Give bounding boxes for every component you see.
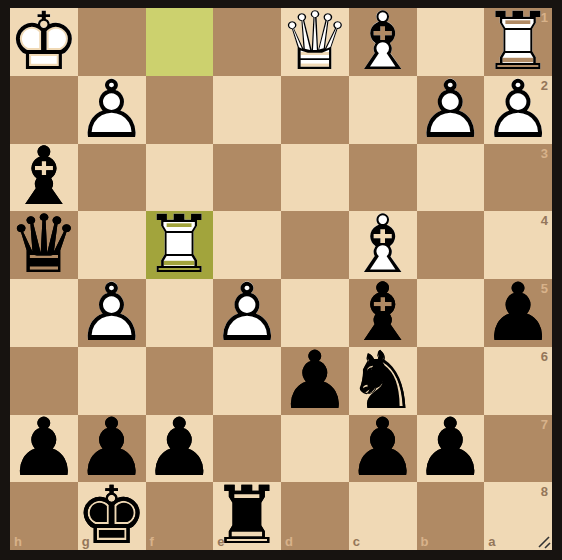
- black-bishop-glyph: ♝︎: [10, 144, 78, 212]
- square-f8[interactable]: f: [146, 482, 214, 550]
- square-c3[interactable]: [349, 144, 417, 212]
- white-bishop-piece[interactable]: ♝︎♗︎: [349, 211, 417, 279]
- black-pawn-glyph: ♟︎: [417, 415, 485, 483]
- square-g8[interactable]: ♚︎♔︎g: [78, 482, 146, 550]
- square-h8[interactable]: h: [10, 482, 78, 550]
- square-h2[interactable]: [10, 76, 78, 144]
- black-pawn-piece[interactable]: ♟︎♙︎: [417, 415, 485, 483]
- square-a1[interactable]: ♜︎♖︎1: [484, 8, 552, 76]
- white-pawn-outline-glyph: ♙︎: [484, 76, 552, 144]
- white-rook-outline-glyph: ♖︎: [484, 8, 552, 76]
- square-d4[interactable]: [281, 211, 349, 279]
- white-pawn-piece[interactable]: ♟︎♙︎: [213, 279, 281, 347]
- square-e5[interactable]: ♟︎♙︎: [213, 279, 281, 347]
- black-bishop-glyph: ♝︎: [349, 279, 417, 347]
- square-c7[interactable]: ♟︎♙︎: [349, 415, 417, 483]
- black-pawn-piece[interactable]: ♟︎♙︎: [281, 347, 349, 415]
- white-pawn-outline-glyph: ♙︎: [213, 279, 281, 347]
- square-d7[interactable]: [281, 415, 349, 483]
- square-d8[interactable]: d: [281, 482, 349, 550]
- resize-handle-icon[interactable]: [536, 534, 551, 549]
- black-pawn-outline-glyph: ♙︎: [146, 415, 214, 483]
- square-b5[interactable]: [417, 279, 485, 347]
- square-d1[interactable]: ♛︎♕︎: [281, 8, 349, 76]
- square-e3[interactable]: [213, 144, 281, 212]
- black-pawn-piece[interactable]: ♟︎♙︎: [10, 415, 78, 483]
- white-pawn-glyph: ♟︎: [78, 76, 146, 144]
- white-queen-outline-glyph: ♕︎: [281, 8, 349, 76]
- square-h3[interactable]: ♝︎♗︎: [10, 144, 78, 212]
- black-queen-piece[interactable]: ♛︎♕︎: [10, 211, 78, 279]
- square-g6[interactable]: [78, 347, 146, 415]
- square-g2[interactable]: ♟︎♙︎: [78, 76, 146, 144]
- white-king-outline-glyph: ♔︎: [10, 8, 78, 76]
- white-pawn-outline-glyph: ♙︎: [78, 279, 146, 347]
- square-b7[interactable]: ♟︎♙︎: [417, 415, 485, 483]
- square-d6[interactable]: ♟︎♙︎: [281, 347, 349, 415]
- square-c8[interactable]: c: [349, 482, 417, 550]
- white-queen-piece[interactable]: ♛︎♕︎: [281, 8, 349, 76]
- black-pawn-outline-glyph: ♙︎: [78, 415, 146, 483]
- black-pawn-glyph: ♟︎: [484, 279, 552, 347]
- square-f6[interactable]: [146, 347, 214, 415]
- square-f3[interactable]: [146, 144, 214, 212]
- square-h1[interactable]: ♚︎♔︎: [10, 8, 78, 76]
- white-pawn-piece[interactable]: ♟︎♙︎: [484, 76, 552, 144]
- black-pawn-piece[interactable]: ♟︎♙︎: [349, 415, 417, 483]
- square-g3[interactable]: [78, 144, 146, 212]
- white-pawn-glyph: ♟︎: [484, 76, 552, 144]
- square-b8[interactable]: b: [417, 482, 485, 550]
- square-a4[interactable]: 4: [484, 211, 552, 279]
- square-b3[interactable]: [417, 144, 485, 212]
- white-rook-glyph: ♜︎: [484, 8, 552, 76]
- square-h4[interactable]: ♛︎♕︎: [10, 211, 78, 279]
- black-king-glyph: ♚︎: [78, 482, 146, 550]
- black-pawn-piece[interactable]: ♟︎♙︎: [146, 415, 214, 483]
- square-f2[interactable]: [146, 76, 214, 144]
- square-h5[interactable]: [10, 279, 78, 347]
- file-label-d: d: [285, 534, 293, 549]
- square-b2[interactable]: ♟︎♙︎: [417, 76, 485, 144]
- square-a6[interactable]: 6: [484, 347, 552, 415]
- square-g5[interactable]: ♟︎♙︎: [78, 279, 146, 347]
- black-pawn-piece[interactable]: ♟︎♙︎: [484, 279, 552, 347]
- black-pawn-glyph: ♟︎: [349, 415, 417, 483]
- black-knight-glyph: ♞︎: [349, 347, 417, 415]
- white-pawn-glyph: ♟︎: [417, 76, 485, 144]
- black-king-piece[interactable]: ♚︎♔︎: [78, 482, 146, 550]
- square-c1[interactable]: ♝︎♗︎: [349, 8, 417, 76]
- square-b4[interactable]: [417, 211, 485, 279]
- black-knight-piece[interactable]: ♞︎♘︎: [349, 347, 417, 415]
- square-c6[interactable]: ♞︎♘︎: [349, 347, 417, 415]
- square-e4[interactable]: [213, 211, 281, 279]
- square-e6[interactable]: [213, 347, 281, 415]
- square-b6[interactable]: [417, 347, 485, 415]
- square-g1[interactable]: [78, 8, 146, 76]
- black-pawn-piece[interactable]: ♟︎♙︎: [78, 415, 146, 483]
- square-d2[interactable]: [281, 76, 349, 144]
- file-label-f: f: [150, 534, 154, 549]
- square-d5[interactable]: [281, 279, 349, 347]
- square-g4[interactable]: [78, 211, 146, 279]
- square-f1[interactable]: [146, 8, 214, 76]
- square-e7[interactable]: [213, 415, 281, 483]
- black-pawn-outline-glyph: ♙︎: [484, 279, 552, 347]
- white-queen-glyph: ♛︎: [281, 8, 349, 76]
- square-c4[interactable]: ♝︎♗︎: [349, 211, 417, 279]
- rank-label-4: 4: [541, 213, 548, 228]
- white-king-glyph: ♚︎: [10, 8, 78, 76]
- file-label-b: b: [421, 534, 429, 549]
- square-h6[interactable]: [10, 347, 78, 415]
- square-c2[interactable]: [349, 76, 417, 144]
- square-e2[interactable]: [213, 76, 281, 144]
- white-pawn-outline-glyph: ♙︎: [417, 76, 485, 144]
- black-pawn-glyph: ♟︎: [10, 415, 78, 483]
- black-knight-outline-glyph: ♘︎: [349, 347, 417, 415]
- black-pawn-outline-glyph: ♙︎: [281, 347, 349, 415]
- white-bishop-piece[interactable]: ♝︎♗︎: [349, 8, 417, 76]
- rank-label-6: 6: [541, 349, 548, 364]
- white-pawn-outline-glyph: ♙︎: [78, 76, 146, 144]
- white-king-piece[interactable]: ♚︎♔︎: [10, 8, 78, 76]
- chess-board: ♚︎♔︎♛︎♕︎♝︎♗︎♜︎♖︎1♟︎♙︎♟︎♙︎♟︎♙︎2♝︎♗︎3♛︎♕︎♜…: [10, 8, 552, 550]
- square-e8[interactable]: ♜︎♖︎e: [213, 482, 281, 550]
- white-pawn-piece[interactable]: ♟︎♙︎: [78, 279, 146, 347]
- white-pawn-piece[interactable]: ♟︎♙︎: [78, 76, 146, 144]
- black-bishop-piece[interactable]: ♝︎♗︎: [10, 144, 78, 212]
- square-f4[interactable]: ♜︎♖︎: [146, 211, 214, 279]
- file-label-a: a: [488, 534, 495, 549]
- square-a5[interactable]: ♟︎♙︎5: [484, 279, 552, 347]
- white-bishop-glyph: ♝︎: [349, 211, 417, 279]
- square-g7[interactable]: ♟︎♙︎: [78, 415, 146, 483]
- black-pawn-outline-glyph: ♙︎: [417, 415, 485, 483]
- white-pawn-piece[interactable]: ♟︎♙︎: [417, 76, 485, 144]
- black-bishop-outline-glyph: ♗︎: [349, 279, 417, 347]
- white-bishop-outline-glyph: ♗︎: [349, 8, 417, 76]
- black-pawn-glyph: ♟︎: [281, 347, 349, 415]
- file-label-h: h: [14, 534, 22, 549]
- black-queen-glyph: ♛︎: [10, 211, 78, 279]
- black-rook-piece[interactable]: ♜︎♖︎: [213, 482, 281, 550]
- rank-label-7: 7: [541, 417, 548, 432]
- black-pawn-glyph: ♟︎: [78, 415, 146, 483]
- square-a7[interactable]: 7: [484, 415, 552, 483]
- white-bishop-outline-glyph: ♗︎: [349, 211, 417, 279]
- white-rook-piece[interactable]: ♜︎♖︎: [484, 8, 552, 76]
- black-king-outline-glyph: ♔︎: [78, 482, 146, 550]
- white-rook-glyph: ♜︎: [146, 211, 214, 279]
- black-rook-outline-glyph: ♖︎: [213, 482, 281, 550]
- white-bishop-glyph: ♝︎: [349, 8, 417, 76]
- white-pawn-glyph: ♟︎: [78, 279, 146, 347]
- white-rook-outline-glyph: ♖︎: [146, 211, 214, 279]
- square-h7[interactable]: ♟︎♙︎: [10, 415, 78, 483]
- square-b1[interactable]: [417, 8, 485, 76]
- black-bishop-piece[interactable]: ♝︎♗︎: [349, 279, 417, 347]
- square-e1[interactable]: [213, 8, 281, 76]
- square-d3[interactable]: [281, 144, 349, 212]
- square-f5[interactable]: [146, 279, 214, 347]
- rank-label-3: 3: [541, 146, 548, 161]
- black-bishop-outline-glyph: ♗︎: [10, 144, 78, 212]
- board-frame: ♚︎♔︎♛︎♕︎♝︎♗︎♜︎♖︎1♟︎♙︎♟︎♙︎♟︎♙︎2♝︎♗︎3♛︎♕︎♜…: [0, 0, 562, 560]
- square-c5[interactable]: ♝︎♗︎: [349, 279, 417, 347]
- square-f7[interactable]: ♟︎♙︎: [146, 415, 214, 483]
- file-label-c: c: [353, 534, 360, 549]
- square-a3[interactable]: 3: [484, 144, 552, 212]
- rank-label-8: 8: [541, 484, 548, 499]
- square-a2[interactable]: ♟︎♙︎2: [484, 76, 552, 144]
- black-pawn-outline-glyph: ♙︎: [349, 415, 417, 483]
- black-pawn-outline-glyph: ♙︎: [10, 415, 78, 483]
- black-rook-glyph: ♜︎: [213, 482, 281, 550]
- black-queen-outline-glyph: ♕︎: [10, 211, 78, 279]
- white-rook-piece[interactable]: ♜︎♖︎: [146, 211, 214, 279]
- white-pawn-glyph: ♟︎: [213, 279, 281, 347]
- black-pawn-glyph: ♟︎: [146, 415, 214, 483]
